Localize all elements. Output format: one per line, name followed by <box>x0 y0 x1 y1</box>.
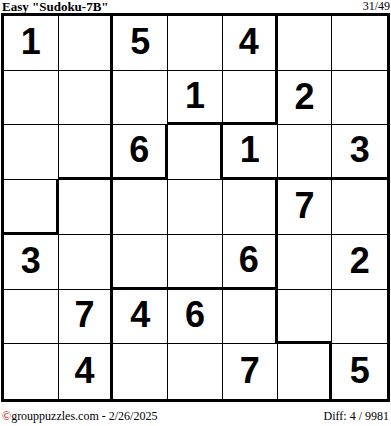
cell-r5c1[interactable]: 3 <box>4 235 59 290</box>
sudoku-board: 154126137362746475 <box>1 13 390 402</box>
header: Easy "Sudoku-7B" 31/49 <box>2 0 390 13</box>
cell-r3c7[interactable]: 3 <box>332 125 387 180</box>
cell-r5c3[interactable] <box>113 235 168 290</box>
cell-r6c4[interactable]: 6 <box>168 290 223 345</box>
cell-r3c5[interactable]: 1 <box>223 125 278 180</box>
copyright-line: ©grouppuzzles.com - 2/26/2025 <box>2 409 157 423</box>
cell-r7c5[interactable]: 7 <box>223 344 278 399</box>
cell-r7c3[interactable] <box>113 344 168 399</box>
difficulty-label: Diff: 4 / 9981 <box>324 409 389 423</box>
cell-r7c1[interactable] <box>4 344 59 399</box>
copyright-icon: © <box>2 409 11 423</box>
cell-r2c6[interactable]: 2 <box>278 71 333 126</box>
cell-r7c7[interactable]: 5 <box>332 344 387 399</box>
cell-r4c1[interactable] <box>4 180 59 235</box>
cell-r3c4[interactable] <box>168 125 223 180</box>
cell-r1c6[interactable] <box>278 16 333 71</box>
site-and-date: grouppuzzles.com - 2/26/2025 <box>11 409 157 423</box>
cell-r2c5[interactable] <box>223 71 278 126</box>
cell-r6c2[interactable]: 7 <box>59 290 114 345</box>
cell-r1c3[interactable]: 5 <box>113 16 168 71</box>
cell-r6c5[interactable] <box>223 290 278 345</box>
cell-r2c3[interactable] <box>113 71 168 126</box>
puzzle-title: Easy "Sudoku-7B" <box>2 0 109 13</box>
cell-r7c2[interactable]: 4 <box>59 344 114 399</box>
puzzle-page: Easy "Sudoku-7B" 31/49 15412613736274647… <box>0 0 391 426</box>
cell-r3c1[interactable] <box>4 125 59 180</box>
cell-r5c7[interactable]: 2 <box>332 235 387 290</box>
cell-r2c2[interactable] <box>59 71 114 126</box>
blank-cell-counter: 31/49 <box>363 0 390 13</box>
cell-r3c2[interactable] <box>59 125 114 180</box>
cell-r4c2[interactable] <box>59 180 114 235</box>
cell-r1c5[interactable]: 4 <box>223 16 278 71</box>
cell-r2c7[interactable] <box>332 71 387 126</box>
cell-r5c5[interactable]: 6 <box>223 235 278 290</box>
cell-r4c4[interactable] <box>168 180 223 235</box>
cell-r4c7[interactable] <box>332 180 387 235</box>
cell-r2c1[interactable] <box>4 71 59 126</box>
cell-r3c6[interactable] <box>278 125 333 180</box>
cell-r2c4[interactable]: 1 <box>168 71 223 126</box>
cell-r7c4[interactable] <box>168 344 223 399</box>
cell-r7c6[interactable] <box>278 344 333 399</box>
cell-r5c6[interactable] <box>278 235 333 290</box>
cell-r1c2[interactable] <box>59 16 114 71</box>
cell-r4c5[interactable] <box>223 180 278 235</box>
cell-r6c3[interactable]: 4 <box>113 290 168 345</box>
cell-r1c4[interactable] <box>168 16 223 71</box>
cell-r1c1[interactable]: 1 <box>4 16 59 71</box>
cell-r4c6[interactable]: 7 <box>278 180 333 235</box>
cell-r4c3[interactable] <box>113 180 168 235</box>
cell-r3c3[interactable]: 6 <box>113 125 168 180</box>
cell-r1c7[interactable] <box>332 16 387 71</box>
cell-r6c6[interactable] <box>278 290 333 345</box>
cell-r6c1[interactable] <box>4 290 59 345</box>
cell-r5c4[interactable] <box>168 235 223 290</box>
cell-r6c7[interactable] <box>332 290 387 345</box>
cell-r5c2[interactable] <box>59 235 114 290</box>
footer: ©grouppuzzles.com - 2/26/2025 Diff: 4 / … <box>2 409 389 423</box>
